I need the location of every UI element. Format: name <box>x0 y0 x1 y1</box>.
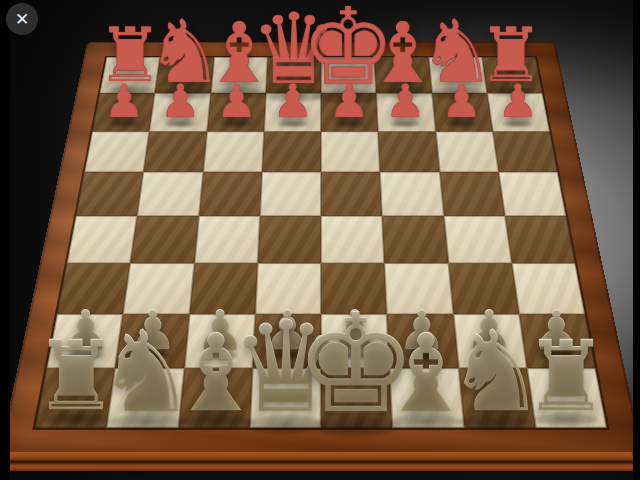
square-a4[interactable] <box>67 216 137 263</box>
red-pawn-b7[interactable]: ♟ <box>160 80 201 126</box>
square-c4[interactable] <box>194 216 260 263</box>
square-b6[interactable] <box>144 131 207 172</box>
chess-piece-glyph: ♜ <box>523 328 609 424</box>
square-b5[interactable] <box>137 172 202 216</box>
square-g5[interactable] <box>439 172 504 216</box>
red-pawn-f7[interactable]: ♟ <box>385 80 426 126</box>
square-c5[interactable] <box>199 172 262 216</box>
square-a5[interactable] <box>76 172 144 216</box>
square-e4[interactable] <box>321 216 385 263</box>
red-pawn-g7[interactable]: ♟ <box>441 80 482 126</box>
square-f4[interactable] <box>382 216 448 263</box>
chess-piece-glyph: ♟ <box>385 80 426 126</box>
chess-piece-glyph: ♟ <box>104 80 145 126</box>
square-e5[interactable] <box>321 172 382 216</box>
red-pawn-d7[interactable]: ♟ <box>272 80 313 126</box>
letterbox-right <box>633 0 640 480</box>
square-a6[interactable] <box>84 131 149 172</box>
square-h5[interactable] <box>498 172 566 216</box>
board-front-edge <box>1 452 639 471</box>
chess-piece-glyph: ♟ <box>216 80 257 126</box>
square-d6[interactable] <box>262 131 321 172</box>
square-c6[interactable] <box>203 131 264 172</box>
square-d5[interactable] <box>260 172 321 216</box>
close-button[interactable]: ✕ <box>6 3 38 35</box>
chess-piece-glyph: ♟ <box>160 80 201 126</box>
red-pawn-e7[interactable]: ♟ <box>329 80 370 126</box>
square-g6[interactable] <box>435 131 498 172</box>
square-h4[interactable] <box>505 216 575 263</box>
square-f6[interactable] <box>378 131 439 172</box>
chess-piece-glyph: ♟ <box>497 80 538 126</box>
square-d4[interactable] <box>257 216 321 263</box>
close-icon: ✕ <box>15 3 29 35</box>
chess-piece-glyph: ♟ <box>329 80 370 126</box>
white-rook-h1[interactable]: ♜ <box>523 328 609 424</box>
red-pawn-c7[interactable]: ♟ <box>216 80 257 126</box>
chess-piece-glyph: ♟ <box>272 80 313 126</box>
red-pawn-h7[interactable]: ♟ <box>497 80 538 126</box>
chess-piece-glyph: ♟ <box>441 80 482 126</box>
square-f5[interactable] <box>380 172 443 216</box>
square-h6[interactable] <box>493 131 558 172</box>
red-pawn-a7[interactable]: ♟ <box>104 80 145 126</box>
board-floor-shadow <box>4 470 636 480</box>
square-e6[interactable] <box>321 131 380 172</box>
square-g4[interactable] <box>444 216 512 263</box>
letterbox-left <box>0 0 10 480</box>
square-b4[interactable] <box>130 216 198 263</box>
image-viewer-scene: ✕ ♜♞♝♛♚♝♞♜♟♟♟♟♟♟♟♟♟♟♟♟♟♟♟♟♜♞♝♛♚♝♞♜ <box>0 0 640 480</box>
